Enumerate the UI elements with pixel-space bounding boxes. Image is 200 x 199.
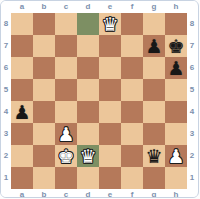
- rank-label-5-left: 5: [1, 79, 11, 101]
- rank-label-7-left: 7: [1, 35, 11, 57]
- square-c4[interactable]: [55, 101, 77, 123]
- rank-label-4-left: 4: [1, 101, 11, 123]
- square-b8[interactable]: [33, 13, 55, 35]
- file-label-h-bottom: h: [165, 189, 187, 198]
- rank-label-1-left: 1: [1, 167, 11, 189]
- square-d8[interactable]: [77, 13, 99, 35]
- square-g1[interactable]: [143, 167, 165, 189]
- square-h1[interactable]: [165, 167, 187, 189]
- rank-label-5-right: 5: [187, 79, 197, 101]
- square-g8[interactable]: [143, 13, 165, 35]
- square-e1[interactable]: [99, 167, 121, 189]
- square-d5[interactable]: [77, 79, 99, 101]
- square-e4[interactable]: [99, 101, 121, 123]
- white-queen[interactable]: ♛: [99, 13, 121, 35]
- square-b1[interactable]: [33, 167, 55, 189]
- square-c7[interactable]: [55, 35, 77, 57]
- file-label-a-top: a: [11, 1, 33, 13]
- square-f7[interactable]: [121, 35, 143, 57]
- file-label-e-bottom: e: [99, 189, 121, 198]
- square-c3[interactable]: ♟: [55, 123, 77, 145]
- square-e2[interactable]: [99, 145, 121, 167]
- square-g2[interactable]: ♛: [143, 145, 165, 167]
- file-label-f-top: f: [121, 1, 143, 13]
- rank-label-2-left: 2: [1, 145, 11, 167]
- square-d3[interactable]: [77, 123, 99, 145]
- square-h4[interactable]: [165, 101, 187, 123]
- square-f1[interactable]: [121, 167, 143, 189]
- square-a6[interactable]: [11, 57, 33, 79]
- file-label-d-bottom: d: [77, 189, 99, 198]
- square-h3[interactable]: [165, 123, 187, 145]
- file-label-c-bottom: c: [55, 189, 77, 198]
- file-label-d-top: d: [77, 1, 99, 13]
- file-label-f-bottom: f: [121, 189, 143, 198]
- square-b6[interactable]: [33, 57, 55, 79]
- rank-label-2-right: 2: [187, 145, 197, 167]
- square-f2[interactable]: [121, 145, 143, 167]
- square-c1[interactable]: [55, 167, 77, 189]
- square-h2[interactable]: ♟: [165, 145, 187, 167]
- chess-board: abcdefgh8♛87♟♚76♟6554♟43♟32♚♛♛♟211abcdef…: [1, 1, 198, 198]
- square-g5[interactable]: [143, 79, 165, 101]
- square-c8[interactable]: [55, 13, 77, 35]
- rank-label-3-right: 3: [187, 123, 197, 145]
- square-b3[interactable]: [33, 123, 55, 145]
- white-queen[interactable]: ♛: [77, 145, 99, 167]
- board-corner: [187, 189, 197, 198]
- square-a1[interactable]: [11, 167, 33, 189]
- black-king[interactable]: ♚: [165, 35, 187, 57]
- black-pawn[interactable]: ♟: [165, 57, 187, 79]
- square-e6[interactable]: [99, 57, 121, 79]
- rank-label-6-right: 6: [187, 57, 197, 79]
- file-label-e-top: e: [99, 1, 121, 13]
- rank-label-8-left: 8: [1, 13, 11, 35]
- board-corner: [187, 1, 197, 13]
- square-b7[interactable]: [33, 35, 55, 57]
- square-c6[interactable]: [55, 57, 77, 79]
- square-c5[interactable]: [55, 79, 77, 101]
- rank-label-1-right: 1: [187, 167, 197, 189]
- board-corner: [1, 1, 11, 13]
- square-h7[interactable]: ♚: [165, 35, 187, 57]
- file-label-c-top: c: [55, 1, 77, 13]
- square-b5[interactable]: [33, 79, 55, 101]
- rank-label-6-left: 6: [1, 57, 11, 79]
- square-g6[interactable]: [143, 57, 165, 79]
- file-label-b-top: b: [33, 1, 55, 13]
- square-a3[interactable]: [11, 123, 33, 145]
- square-e3[interactable]: [99, 123, 121, 145]
- square-g7[interactable]: ♟: [143, 35, 165, 57]
- black-pawn[interactable]: ♟: [143, 35, 165, 57]
- square-h8[interactable]: [165, 13, 187, 35]
- white-pawn[interactable]: ♟: [165, 145, 187, 167]
- square-f4[interactable]: [121, 101, 143, 123]
- square-e8[interactable]: ♛: [99, 13, 121, 35]
- square-f5[interactable]: [121, 79, 143, 101]
- square-h5[interactable]: [165, 79, 187, 101]
- square-a2[interactable]: [11, 145, 33, 167]
- file-label-g-top: g: [143, 1, 165, 13]
- square-d2[interactable]: ♛: [77, 145, 99, 167]
- square-b2[interactable]: [33, 145, 55, 167]
- square-g3[interactable]: [143, 123, 165, 145]
- square-a5[interactable]: [11, 79, 33, 101]
- square-f3[interactable]: [121, 123, 143, 145]
- square-d6[interactable]: [77, 57, 99, 79]
- square-g4[interactable]: [143, 101, 165, 123]
- rank-label-7-right: 7: [187, 35, 197, 57]
- file-label-b-bottom: b: [33, 189, 55, 198]
- file-label-g-bottom: g: [143, 189, 165, 198]
- square-d7[interactable]: [77, 35, 99, 57]
- square-d4[interactable]: [77, 101, 99, 123]
- rank-label-8-right: 8: [187, 13, 197, 35]
- file-label-a-bottom: a: [11, 189, 33, 198]
- white-pawn[interactable]: ♟: [55, 123, 77, 145]
- square-a4[interactable]: ♟: [11, 101, 33, 123]
- file-label-h-top: h: [165, 1, 187, 13]
- black-queen[interactable]: ♛: [143, 145, 165, 167]
- square-f6[interactable]: [121, 57, 143, 79]
- black-pawn[interactable]: ♟: [11, 101, 33, 123]
- square-h6[interactable]: ♟: [165, 57, 187, 79]
- board-corner: [1, 189, 11, 198]
- square-b4[interactable]: [33, 101, 55, 123]
- square-e7[interactable]: [99, 35, 121, 57]
- square-f8[interactable]: [121, 13, 143, 35]
- square-e5[interactable]: [99, 79, 121, 101]
- square-d1[interactable]: [77, 167, 99, 189]
- square-a8[interactable]: [11, 13, 33, 35]
- white-king[interactable]: ♚: [55, 145, 77, 167]
- square-a7[interactable]: [11, 35, 33, 57]
- square-c2[interactable]: ♚: [55, 145, 77, 167]
- chess-board-widget: abcdefgh8♛87♟♚76♟6554♟43♟32♚♛♛♟211abcdef…: [0, 0, 199, 198]
- rank-label-3-left: 3: [1, 123, 11, 145]
- rank-label-4-right: 4: [187, 101, 197, 123]
